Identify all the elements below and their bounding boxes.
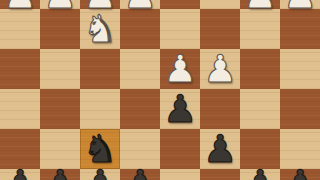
square-b4[interactable]: [240, 49, 280, 89]
white-pawn-d4[interactable]: ♟: [160, 49, 200, 89]
square-c3[interactable]: [200, 9, 240, 49]
black-pawn-h7[interactable]: ♟: [0, 164, 40, 180]
white-pawn-a2[interactable]: ♟: [280, 0, 320, 15]
black-pawn-f7[interactable]: ♟: [80, 164, 120, 180]
square-b2[interactable]: ♟: [240, 0, 280, 9]
square-a7[interactable]: ♟: [280, 169, 320, 180]
square-g7[interactable]: ♟: [40, 169, 80, 180]
white-pawn-h2[interactable]: ♟: [0, 0, 40, 15]
square-f7[interactable]: ♟: [80, 169, 120, 180]
square-d2[interactable]: [160, 0, 200, 9]
square-h5[interactable]: [0, 89, 40, 129]
square-d3[interactable]: [160, 9, 200, 49]
white-knight-f3[interactable]: ♞: [80, 9, 120, 49]
square-g2[interactable]: ♟: [40, 0, 80, 9]
square-e7[interactable]: ♟: [120, 169, 160, 180]
square-b5[interactable]: [240, 89, 280, 129]
square-d7[interactable]: [160, 169, 200, 180]
black-pawn-g7[interactable]: ♟: [40, 164, 80, 180]
black-pawn-b7[interactable]: ♟: [240, 164, 280, 180]
square-c6[interactable]: ♟: [200, 129, 240, 169]
black-pawn-d5[interactable]: ♟: [160, 89, 200, 129]
square-d5[interactable]: ♟: [160, 89, 200, 129]
square-a4[interactable]: [280, 49, 320, 89]
square-g4[interactable]: [40, 49, 80, 89]
square-h2[interactable]: ♟: [0, 0, 40, 9]
square-a5[interactable]: [280, 89, 320, 129]
white-pawn-g2[interactable]: ♟: [40, 0, 80, 15]
square-e5[interactable]: [120, 89, 160, 129]
square-f3[interactable]: ♞: [80, 9, 120, 49]
square-d4[interactable]: ♟: [160, 49, 200, 89]
square-f4[interactable]: [80, 49, 120, 89]
white-pawn-c4[interactable]: ♟: [200, 49, 240, 89]
board-screenshot: ♟♟♟♟♟♟♞♟♟♟♞♟♟♟♟♟♟♟: [0, 0, 320, 180]
white-pawn-b2[interactable]: ♟: [240, 0, 280, 15]
square-c5[interactable]: [200, 89, 240, 129]
square-e4[interactable]: [120, 49, 160, 89]
chess-board: ♟♟♟♟♟♟♞♟♟♟♞♟♟♟♟♟♟♟: [0, 0, 320, 180]
black-pawn-e7[interactable]: ♟: [120, 164, 160, 180]
square-c4[interactable]: ♟: [200, 49, 240, 89]
square-c2[interactable]: [200, 0, 240, 9]
square-d6[interactable]: [160, 129, 200, 169]
square-h4[interactable]: [0, 49, 40, 89]
square-h7[interactable]: ♟: [0, 169, 40, 180]
black-pawn-a7[interactable]: ♟: [280, 164, 320, 180]
square-f5[interactable]: [80, 89, 120, 129]
square-e2[interactable]: ♟: [120, 0, 160, 9]
square-g5[interactable]: [40, 89, 80, 129]
square-b7[interactable]: ♟: [240, 169, 280, 180]
black-pawn-c6[interactable]: ♟: [200, 129, 240, 169]
square-a2[interactable]: ♟: [280, 0, 320, 9]
white-pawn-e2[interactable]: ♟: [120, 0, 160, 15]
